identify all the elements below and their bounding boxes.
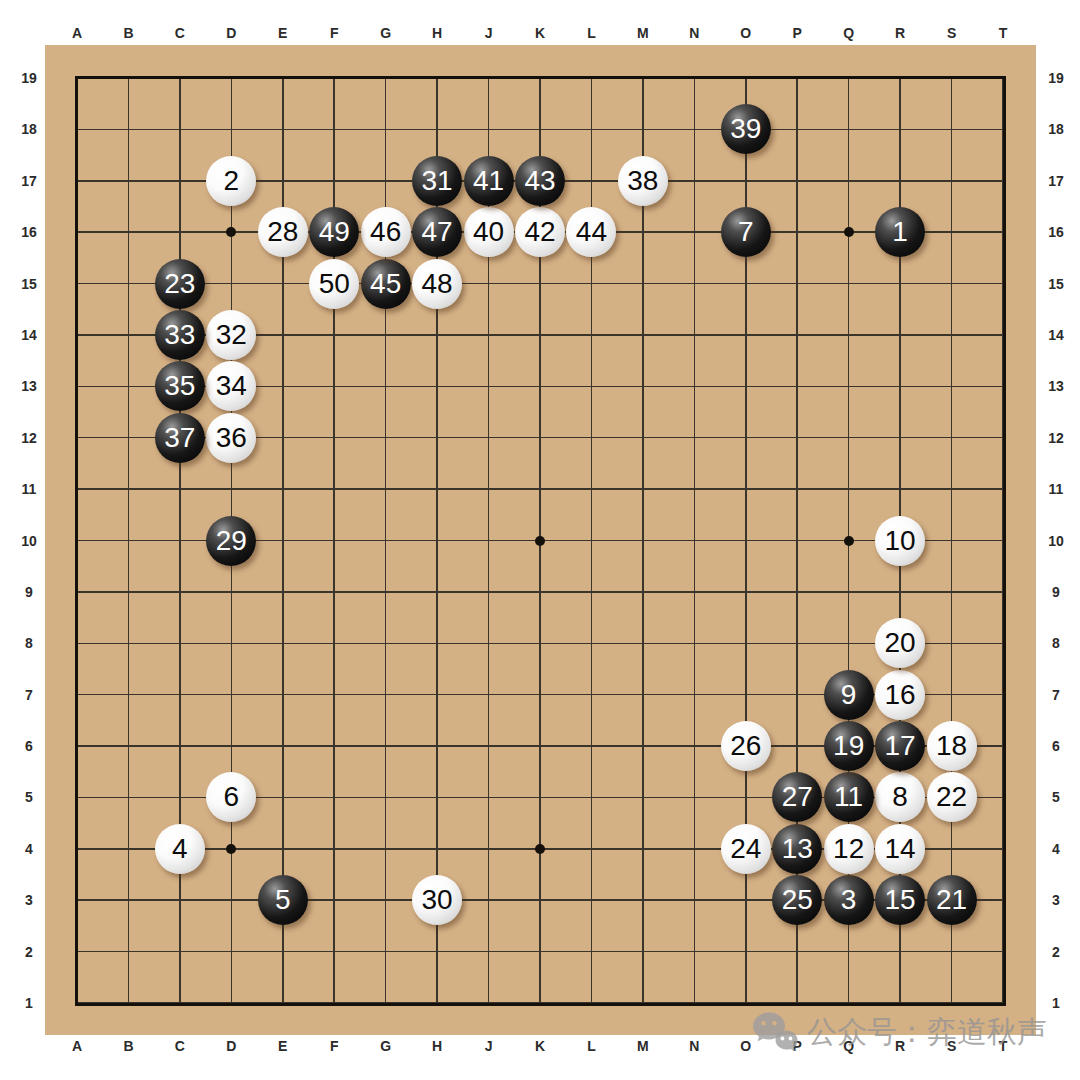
column-label-bottom: M: [637, 1038, 649, 1054]
stone-white-48: 48: [412, 259, 462, 309]
row-label-right: 10: [1048, 533, 1064, 549]
row-label-right: 3: [1052, 892, 1060, 908]
row-label-right: 12: [1048, 430, 1064, 446]
stone-black-45: 45: [361, 259, 411, 309]
row-label-right: 5: [1052, 789, 1060, 805]
stone-white-26: 26: [721, 721, 771, 771]
column-label-bottom: F: [330, 1038, 339, 1054]
watermark: 公众号：弈道秋声: [752, 1010, 1047, 1054]
star-point: [226, 227, 236, 237]
stone-white-50: 50: [309, 259, 359, 309]
column-label-top: M: [637, 25, 649, 41]
row-label-right: 14: [1048, 327, 1064, 343]
stone-black-15: 15: [875, 875, 925, 925]
star-point: [226, 844, 236, 854]
row-label-left: 14: [21, 327, 37, 343]
stone-black-11: 11: [824, 772, 874, 822]
row-label-left: 19: [21, 70, 37, 86]
stone-white-24: 24: [721, 824, 771, 874]
column-label-bottom: O: [740, 1038, 751, 1054]
column-label-top: K: [535, 25, 545, 41]
stone-white-22: 22: [927, 772, 977, 822]
stone-white-12: 12: [824, 824, 874, 874]
row-label-left: 3: [25, 892, 33, 908]
row-label-left: 2: [25, 944, 33, 960]
column-label-bottom: L: [587, 1038, 596, 1054]
star-point: [535, 536, 545, 546]
stone-black-33: 33: [155, 310, 205, 360]
stone-white-16: 16: [875, 670, 925, 720]
stone-black-31: 31: [412, 156, 462, 206]
row-label-right: 18: [1048, 121, 1064, 137]
stone-white-40: 40: [464, 207, 514, 257]
stone-black-47: 47: [412, 207, 462, 257]
row-label-left: 8: [25, 635, 33, 651]
stone-black-13: 13: [772, 824, 822, 874]
stone-black-37: 37: [155, 413, 205, 463]
column-label-bottom: K: [535, 1038, 545, 1054]
column-label-top: N: [689, 25, 699, 41]
row-label-right: 19: [1048, 70, 1064, 86]
column-label-top: E: [278, 25, 287, 41]
row-label-right: 2: [1052, 944, 1060, 960]
stone-black-19: 19: [824, 721, 874, 771]
stone-white-20: 20: [875, 618, 925, 668]
column-label-bottom: C: [175, 1038, 185, 1054]
stone-black-43: 43: [515, 156, 565, 206]
stone-black-1: 1: [875, 207, 925, 257]
row-label-left: 4: [25, 841, 33, 857]
column-label-top: A: [72, 25, 82, 41]
column-label-top: Q: [843, 25, 854, 41]
stone-white-34: 34: [206, 361, 256, 411]
stone-white-10: 10: [875, 516, 925, 566]
stone-black-9: 9: [824, 670, 874, 720]
row-label-right: 16: [1048, 224, 1064, 240]
column-label-bottom: G: [380, 1038, 391, 1054]
stone-white-8: 8: [875, 772, 925, 822]
stone-white-36: 36: [206, 413, 256, 463]
stone-white-4: 4: [155, 824, 205, 874]
column-label-top: P: [793, 25, 802, 41]
row-label-right: 1: [1052, 995, 1060, 1011]
column-label-top: R: [895, 25, 905, 41]
stone-white-32: 32: [206, 310, 256, 360]
column-label-top: S: [947, 25, 956, 41]
row-label-left: 9: [25, 584, 33, 600]
column-label-bottom: E: [278, 1038, 287, 1054]
stone-black-3: 3: [824, 875, 874, 925]
column-label-bottom: N: [689, 1038, 699, 1054]
row-label-left: 6: [25, 738, 33, 754]
column-label-top: H: [432, 25, 442, 41]
row-label-left: 11: [22, 481, 37, 497]
column-label-top: F: [330, 25, 339, 41]
stone-white-38: 38: [618, 156, 668, 206]
row-label-right: 13: [1048, 378, 1064, 394]
row-label-right: 8: [1052, 635, 1060, 651]
row-label-right: 15: [1048, 276, 1064, 292]
stone-white-46: 46: [361, 207, 411, 257]
stone-black-7: 7: [721, 207, 771, 257]
column-label-top: J: [485, 25, 493, 41]
column-label-top: B: [123, 25, 133, 41]
row-label-right: 9: [1052, 584, 1060, 600]
column-label-bottom: H: [432, 1038, 442, 1054]
column-label-top: G: [380, 25, 391, 41]
stone-white-6: 6: [206, 772, 256, 822]
watermark-text: 公众号：弈道秋声: [807, 1010, 1047, 1054]
stone-white-28: 28: [258, 207, 308, 257]
row-label-left: 16: [21, 224, 37, 240]
column-label-bottom: B: [123, 1038, 133, 1054]
stone-black-29: 29: [206, 516, 256, 566]
row-label-left: 7: [25, 687, 33, 703]
row-label-right: 7: [1052, 687, 1060, 703]
column-label-top: O: [740, 25, 751, 41]
stone-white-18: 18: [927, 721, 977, 771]
stone-black-25: 25: [772, 875, 822, 925]
stone-white-42: 42: [515, 207, 565, 257]
stone-black-5: 5: [258, 875, 308, 925]
stone-white-2: 2: [206, 156, 256, 206]
column-label-top: T: [999, 25, 1008, 41]
row-label-left: 10: [21, 533, 37, 549]
stone-black-27: 27: [772, 772, 822, 822]
row-label-left: 5: [25, 789, 33, 805]
row-label-right: 4: [1052, 841, 1060, 857]
row-label-left: 15: [21, 276, 37, 292]
stone-black-17: 17: [875, 721, 925, 771]
row-label-left: 12: [21, 430, 37, 446]
column-label-top: D: [226, 25, 236, 41]
stone-white-44: 44: [566, 207, 616, 257]
stone-black-41: 41: [464, 156, 514, 206]
row-label-left: 1: [25, 995, 33, 1011]
star-point: [535, 844, 545, 854]
star-point: [844, 536, 854, 546]
stone-black-21: 21: [927, 875, 977, 925]
column-label-top: L: [587, 25, 596, 41]
stone-black-39: 39: [721, 104, 771, 154]
stone-black-49: 49: [309, 207, 359, 257]
column-label-bottom: A: [72, 1038, 82, 1054]
go-diagram-page: AABBCCDDEEFFGGHHJJKKLLMMNNOOPPQQRRSSTT19…: [0, 0, 1080, 1080]
column-label-bottom: D: [226, 1038, 236, 1054]
stone-white-30: 30: [412, 875, 462, 925]
row-label-right: 17: [1048, 173, 1064, 189]
row-label-right: 6: [1052, 738, 1060, 754]
star-point: [844, 227, 854, 237]
stone-black-23: 23: [155, 259, 205, 309]
row-label-left: 13: [21, 378, 37, 394]
stone-black-35: 35: [155, 361, 205, 411]
column-label-bottom: J: [485, 1038, 493, 1054]
row-label-left: 18: [21, 121, 37, 137]
wechat-icon: [752, 1011, 798, 1053]
stone-white-14: 14: [875, 824, 925, 874]
row-label-left: 17: [21, 173, 37, 189]
row-label-right: 11: [1049, 481, 1064, 497]
column-label-top: C: [175, 25, 185, 41]
